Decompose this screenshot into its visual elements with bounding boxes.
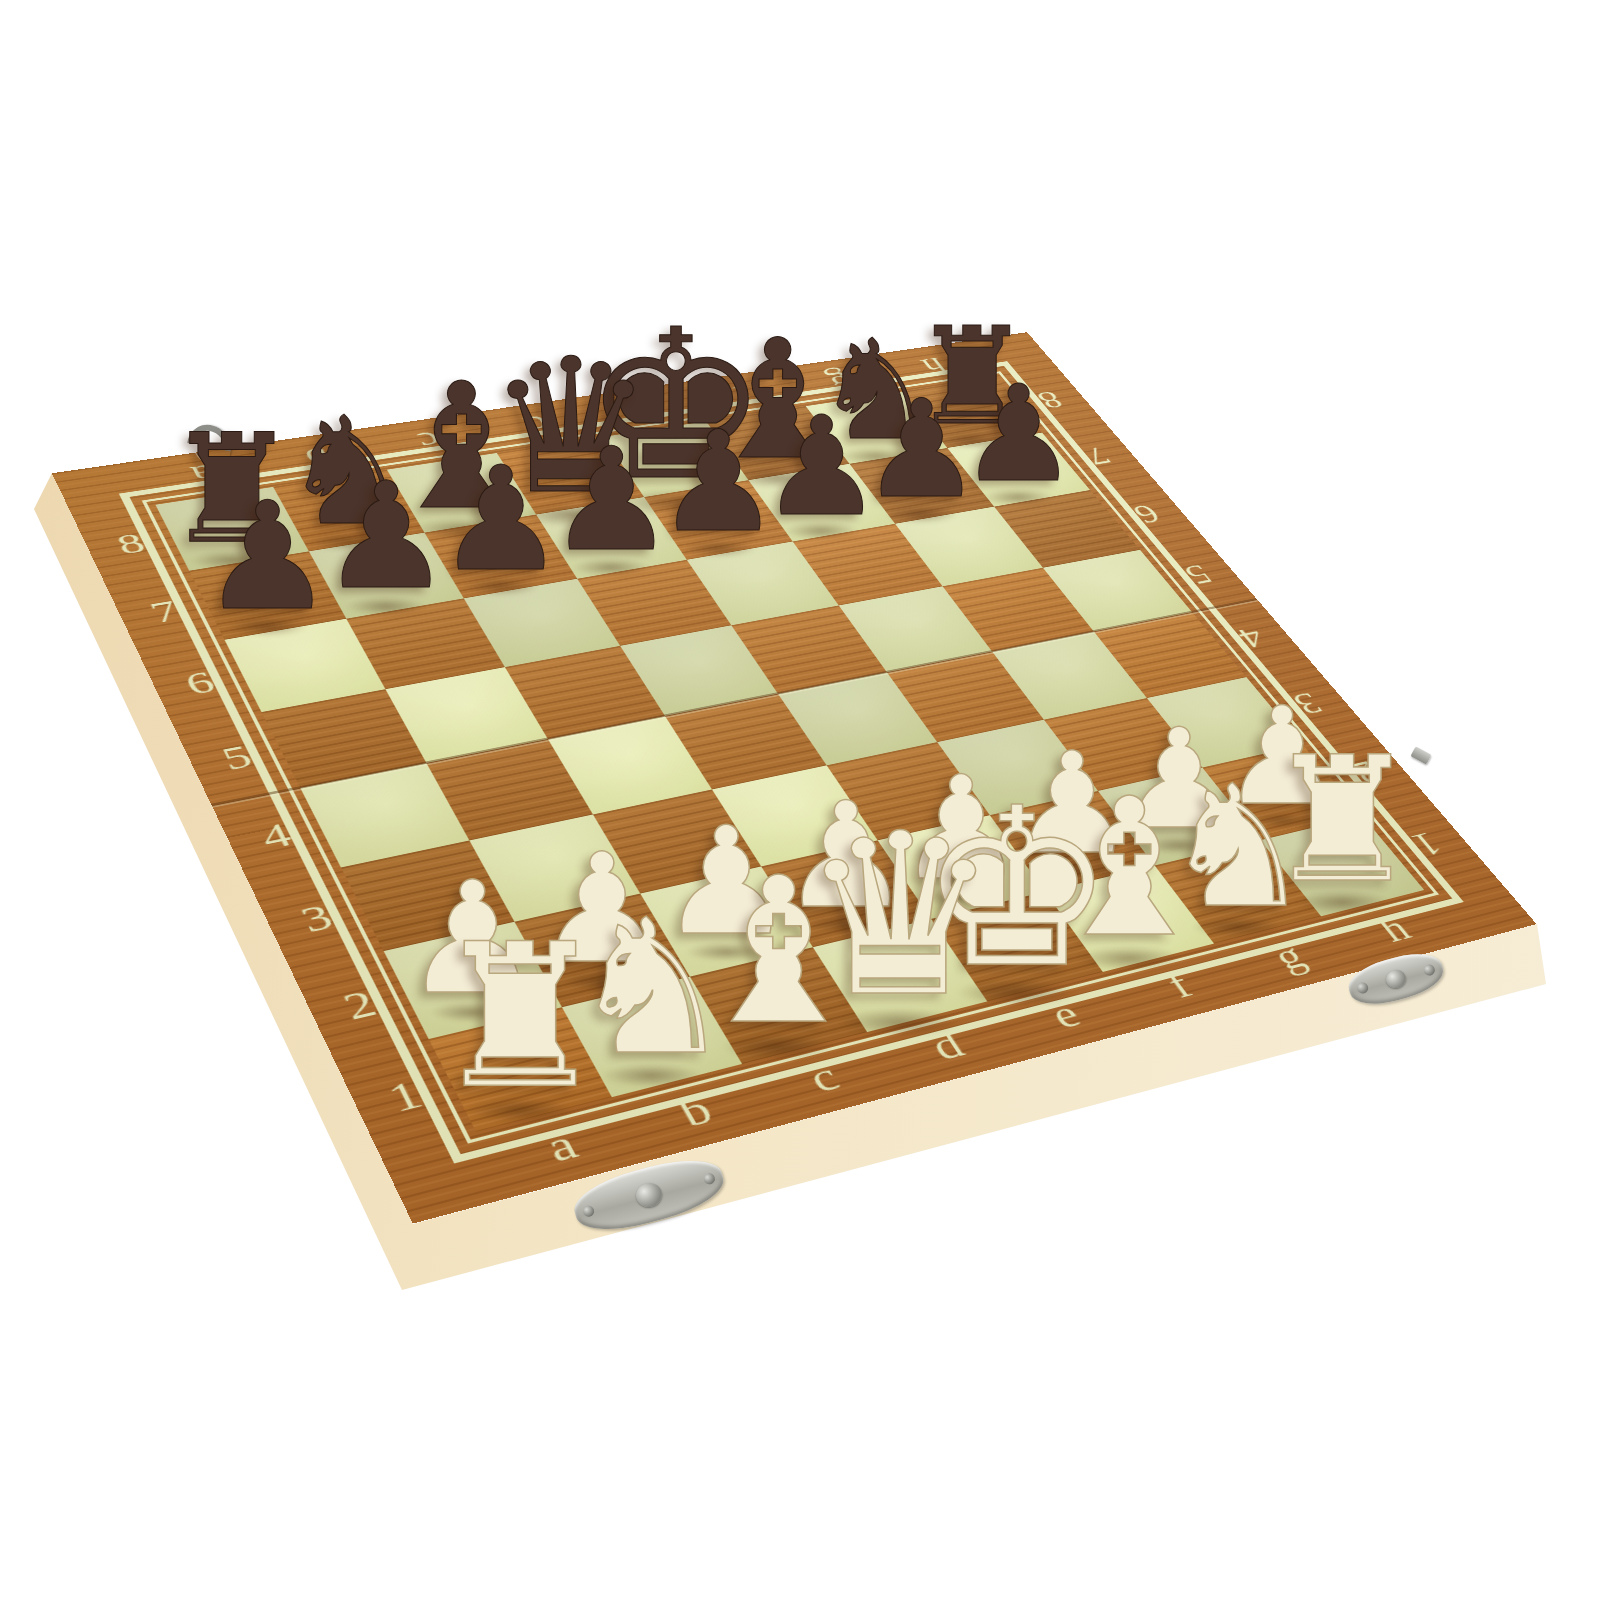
rank-label-4-left: 4 xyxy=(255,818,297,855)
file-label-h-near: h xyxy=(1372,911,1418,948)
clasp-knob xyxy=(633,1180,664,1210)
screw-icon xyxy=(703,1172,716,1185)
hinge-pin-icon xyxy=(1410,746,1431,764)
rank-label-3-right: 3 xyxy=(1287,688,1329,719)
rank-label-5-right: 5 xyxy=(1178,560,1218,588)
file-label-c-near: c xyxy=(802,1057,847,1099)
rank-label-1-right: 1 xyxy=(1405,827,1450,861)
file-label-h-far: h xyxy=(916,354,952,378)
screw-icon xyxy=(582,1204,595,1217)
rank-label-8-right: 8 xyxy=(1032,387,1069,412)
screw-icon xyxy=(1423,963,1436,976)
rank-label-1-left: 1 xyxy=(382,1074,428,1118)
rank-label-2-right: 2 xyxy=(1344,756,1388,789)
file-label-f-far: f xyxy=(727,382,757,406)
clasp-knob xyxy=(1384,968,1408,991)
rank-label-8-left: 8 xyxy=(112,529,150,559)
file-label-c-far: c xyxy=(412,427,446,454)
screw-icon xyxy=(1356,981,1369,994)
file-label-b-near: b xyxy=(672,1090,720,1134)
file-label-e-far: e xyxy=(624,397,658,423)
rank-label-7-left: 7 xyxy=(145,596,184,628)
file-label-d-near: d xyxy=(924,1026,971,1067)
file-label-e-near: e xyxy=(1043,996,1087,1035)
rank-label-3-left: 3 xyxy=(295,899,339,939)
file-label-a-near: a xyxy=(540,1124,585,1169)
file-label-g-near: g xyxy=(1266,938,1312,976)
rank-label-2-left: 2 xyxy=(337,984,382,1026)
rank-label-6-right: 6 xyxy=(1127,500,1166,527)
rank-label-7-right: 7 xyxy=(1079,443,1117,469)
file-label-f-near: f xyxy=(1160,967,1199,1004)
file-label-d-far: d xyxy=(519,412,556,439)
chess-board: aabbccddeeffgghh8877665544332211 xyxy=(52,332,1537,1223)
chess-set-photo: aabbccddeeffgghh8877665544332211 ♜♞♝♛♚♝♞… xyxy=(0,0,1600,1600)
file-label-g-far: g xyxy=(822,368,858,393)
rank-label-6-left: 6 xyxy=(180,666,220,700)
file-label-b-far: b xyxy=(300,443,337,471)
rank-label-4-right: 4 xyxy=(1231,623,1272,653)
rank-label-5-left: 5 xyxy=(217,740,258,776)
